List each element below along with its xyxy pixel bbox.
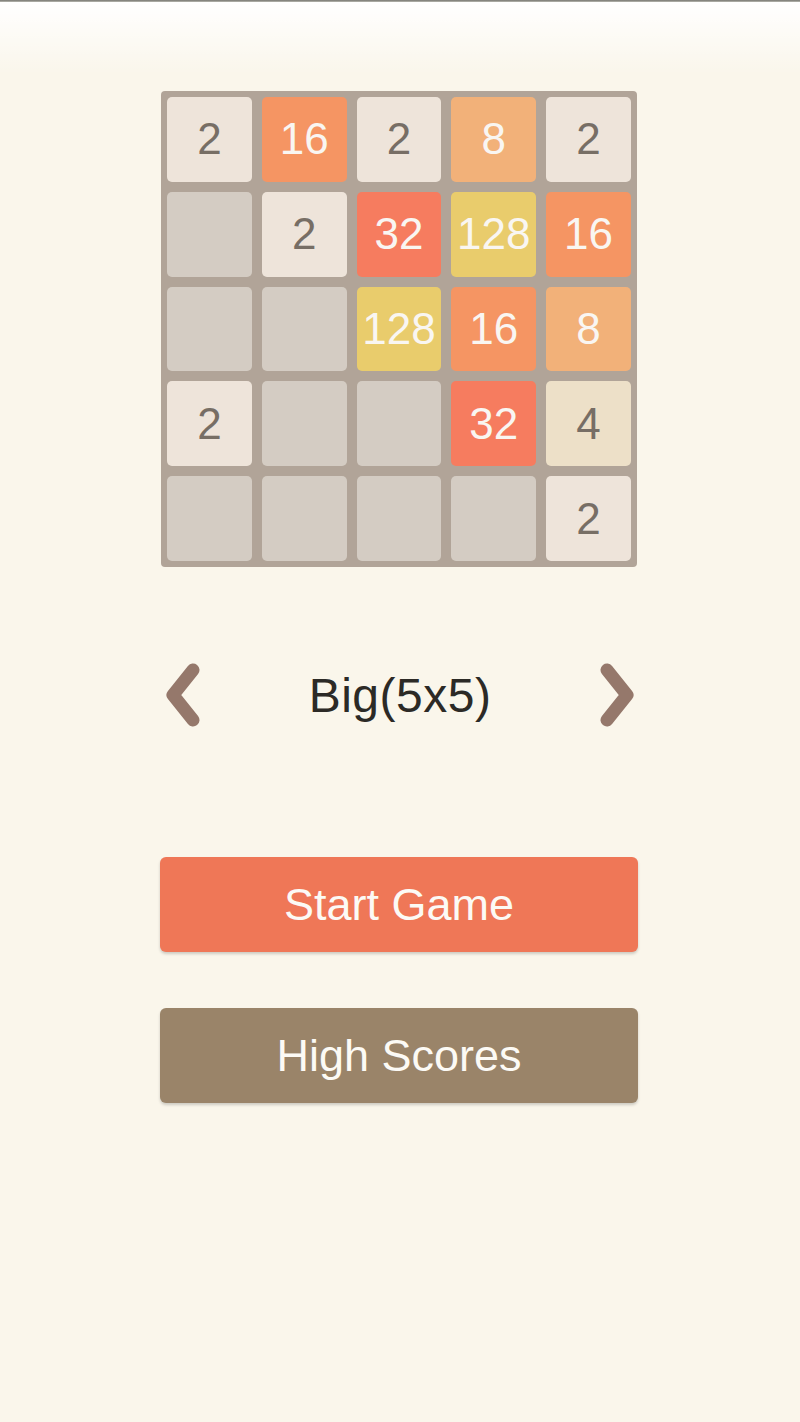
high-scores-button[interactable]: High Scores xyxy=(160,1008,638,1103)
empty-cell xyxy=(167,476,252,561)
tile-2: 2 xyxy=(357,97,442,182)
app-screen: 2162822321281612816823242 Big(5x5) Start… xyxy=(0,0,800,1422)
tile-2: 2 xyxy=(546,97,631,182)
chevron-left-icon xyxy=(160,662,206,728)
tile-16: 16 xyxy=(546,192,631,277)
tile-8: 8 xyxy=(546,287,631,372)
empty-cell xyxy=(167,192,252,277)
tile-4: 4 xyxy=(546,381,631,466)
tile-128: 128 xyxy=(451,192,536,277)
empty-cell xyxy=(357,476,442,561)
next-board-size-button[interactable] xyxy=(594,662,640,728)
start-game-button[interactable]: Start Game xyxy=(160,857,638,952)
empty-cell xyxy=(262,381,347,466)
tile-32: 32 xyxy=(357,192,442,277)
empty-cell xyxy=(451,476,536,561)
board-size-label: Big(5x5) xyxy=(309,668,492,723)
empty-cell xyxy=(262,476,347,561)
tile-2: 2 xyxy=(262,192,347,277)
tile-128: 128 xyxy=(357,287,442,372)
tile-32: 32 xyxy=(451,381,536,466)
empty-cell xyxy=(357,381,442,466)
tile-16: 16 xyxy=(451,287,536,372)
empty-cell xyxy=(262,287,347,372)
tile-2: 2 xyxy=(167,97,252,182)
tile-2: 2 xyxy=(167,381,252,466)
board-preview: 2162822321281612816823242 xyxy=(161,91,637,567)
empty-cell xyxy=(167,287,252,372)
tile-16: 16 xyxy=(262,97,347,182)
header-shadow xyxy=(0,2,800,74)
tile-8: 8 xyxy=(451,97,536,182)
chevron-right-icon xyxy=(594,662,640,728)
tile-2: 2 xyxy=(546,476,631,561)
prev-board-size-button[interactable] xyxy=(160,662,206,728)
board-size-selector: Big(5x5) xyxy=(160,648,640,742)
